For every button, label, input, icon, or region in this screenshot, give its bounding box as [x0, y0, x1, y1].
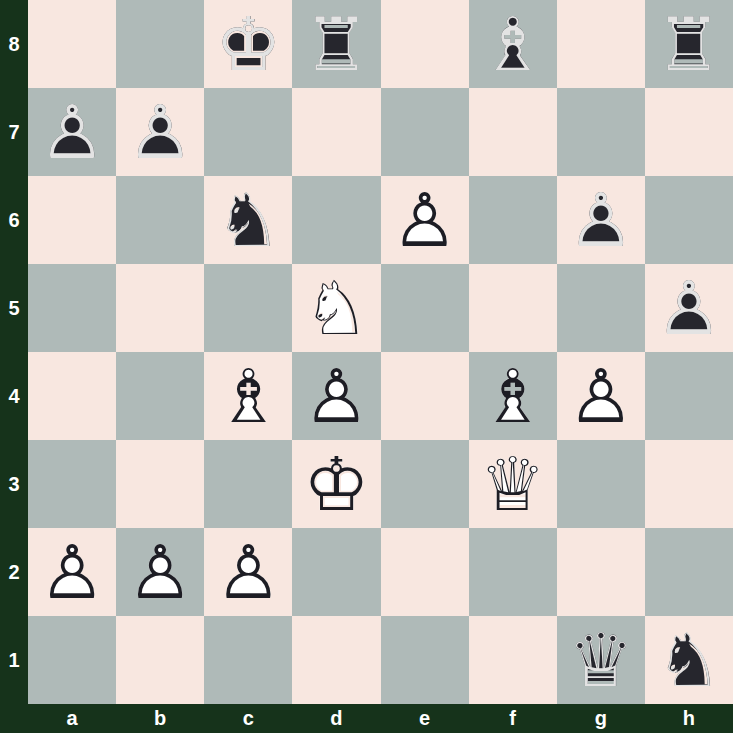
- square-a3[interactable]: [28, 440, 116, 528]
- square-h1[interactable]: ♞♘: [645, 616, 733, 704]
- board-frame-corner: [0, 704, 28, 733]
- square-b4[interactable]: [116, 352, 204, 440]
- knight-glyph-fill: ♞: [645, 616, 733, 704]
- square-a1[interactable]: [28, 616, 116, 704]
- square-f2[interactable]: [469, 528, 557, 616]
- file-label-b: b: [116, 704, 204, 733]
- square-b7[interactable]: ♟♙: [116, 88, 204, 176]
- file-label-f: f: [469, 704, 557, 733]
- file-label-a: a: [28, 704, 116, 733]
- knight-glyph-fill: ♞: [204, 176, 292, 264]
- black-pawn-g6[interactable]: ♟♙: [557, 176, 645, 264]
- rook-glyph-fill: ♜: [645, 0, 733, 88]
- knight-glyph-outline: ♘: [204, 176, 292, 264]
- square-g2[interactable]: [557, 528, 645, 616]
- rank-label-4: 4: [0, 352, 28, 440]
- pawn-glyph-outline: ♙: [204, 528, 292, 616]
- square-f6[interactable]: [469, 176, 557, 264]
- square-h2[interactable]: [645, 528, 733, 616]
- pawn-glyph-outline: ♙: [116, 528, 204, 616]
- square-e6[interactable]: ♟♙: [381, 176, 469, 264]
- square-g3[interactable]: [557, 440, 645, 528]
- square-c4[interactable]: ♝♗: [204, 352, 292, 440]
- pawn-glyph-outline: ♙: [292, 352, 380, 440]
- square-g7[interactable]: [557, 88, 645, 176]
- rank-label-5: 5: [0, 264, 28, 352]
- black-pawn-h5[interactable]: ♟♙: [645, 264, 733, 352]
- pawn-glyph-outline: ♙: [645, 264, 733, 352]
- square-g1[interactable]: ♛♕: [557, 616, 645, 704]
- file-label-c: c: [204, 704, 292, 733]
- black-pawn-b7[interactable]: ♟♙: [116, 88, 204, 176]
- square-a6[interactable]: [28, 176, 116, 264]
- rank-label-2: 2: [0, 528, 28, 616]
- square-b8[interactable]: [116, 0, 204, 88]
- rank-label-8: 8: [0, 0, 28, 88]
- square-c7[interactable]: [204, 88, 292, 176]
- square-e4[interactable]: [381, 352, 469, 440]
- white-knight-d5[interactable]: ♞♘: [292, 264, 380, 352]
- square-e2[interactable]: [381, 528, 469, 616]
- square-e7[interactable]: [381, 88, 469, 176]
- white-pawn-a2[interactable]: ♟♙: [28, 528, 116, 616]
- bishop-glyph-outline: ♗: [204, 352, 292, 440]
- rank-label-3: 3: [0, 440, 28, 528]
- white-pawn-e6[interactable]: ♟♙: [381, 176, 469, 264]
- rank-label-1: 1: [0, 616, 28, 704]
- bishop-glyph-fill: ♝: [469, 352, 557, 440]
- black-knight-h1[interactable]: ♞♘: [645, 616, 733, 704]
- square-c8[interactable]: ♚♔: [204, 0, 292, 88]
- square-a7[interactable]: ♟♙: [28, 88, 116, 176]
- king-glyph-outline: ♔: [204, 0, 292, 88]
- square-b2[interactable]: ♟♙: [116, 528, 204, 616]
- white-pawn-c2[interactable]: ♟♙: [204, 528, 292, 616]
- square-h4[interactable]: [645, 352, 733, 440]
- pawn-glyph-outline: ♙: [557, 176, 645, 264]
- pawn-glyph-outline: ♙: [116, 88, 204, 176]
- square-g6[interactable]: ♟♙: [557, 176, 645, 264]
- white-king-d3[interactable]: ♚♔: [292, 440, 380, 528]
- white-pawn-d4[interactable]: ♟♙: [292, 352, 380, 440]
- square-b3[interactable]: [116, 440, 204, 528]
- square-b1[interactable]: [116, 616, 204, 704]
- black-rook-h8[interactable]: ♜♖: [645, 0, 733, 88]
- rank-label-7: 7: [0, 88, 28, 176]
- knight-glyph-fill: ♞: [292, 264, 380, 352]
- rook-glyph-outline: ♖: [292, 0, 380, 88]
- black-queen-g1[interactable]: ♛♕: [557, 616, 645, 704]
- bishop-glyph-outline: ♗: [469, 0, 557, 88]
- pawn-glyph-fill: ♟: [292, 352, 380, 440]
- square-d8[interactable]: ♜♖: [292, 0, 380, 88]
- king-glyph-fill: ♚: [292, 440, 380, 528]
- square-g5[interactable]: [557, 264, 645, 352]
- square-d5[interactable]: ♞♘: [292, 264, 380, 352]
- square-f7[interactable]: [469, 88, 557, 176]
- square-c3[interactable]: [204, 440, 292, 528]
- pawn-glyph-fill: ♟: [28, 88, 116, 176]
- square-a4[interactable]: [28, 352, 116, 440]
- square-c2[interactable]: ♟♙: [204, 528, 292, 616]
- bishop-glyph-fill: ♝: [204, 352, 292, 440]
- knight-glyph-outline: ♘: [645, 616, 733, 704]
- square-h3[interactable]: [645, 440, 733, 528]
- pawn-glyph-fill: ♟: [645, 264, 733, 352]
- square-e5[interactable]: [381, 264, 469, 352]
- black-pawn-a7[interactable]: ♟♙: [28, 88, 116, 176]
- white-bishop-c4[interactable]: ♝♗: [204, 352, 292, 440]
- chess-board: 8♚♔♜♖♝♗♜♖7♟♙♟♙6♞♘♟♙♟♙5♞♘♟♙4♝♗♟♙♝♗♟♙3♚♔♛♕…: [0, 0, 733, 733]
- queen-glyph-fill: ♛: [469, 440, 557, 528]
- pawn-glyph-outline: ♙: [28, 88, 116, 176]
- file-label-g: g: [557, 704, 645, 733]
- rook-glyph-fill: ♜: [292, 0, 380, 88]
- square-f1[interactable]: [469, 616, 557, 704]
- file-label-h: h: [645, 704, 733, 733]
- square-d2[interactable]: [292, 528, 380, 616]
- black-knight-c6[interactable]: ♞♘: [204, 176, 292, 264]
- pawn-glyph-fill: ♟: [116, 528, 204, 616]
- square-d1[interactable]: [292, 616, 380, 704]
- square-b6[interactable]: [116, 176, 204, 264]
- pawn-glyph-outline: ♙: [557, 352, 645, 440]
- queen-glyph-outline: ♕: [557, 616, 645, 704]
- rank-label-6: 6: [0, 176, 28, 264]
- pawn-glyph-fill: ♟: [204, 528, 292, 616]
- rook-glyph-outline: ♖: [645, 0, 733, 88]
- square-e1[interactable]: [381, 616, 469, 704]
- square-d4[interactable]: ♟♙: [292, 352, 380, 440]
- square-g4[interactable]: ♟♙: [557, 352, 645, 440]
- square-c5[interactable]: [204, 264, 292, 352]
- square-a8[interactable]: [28, 0, 116, 88]
- black-rook-d8[interactable]: ♜♖: [292, 0, 380, 88]
- king-glyph-outline: ♔: [292, 440, 380, 528]
- pawn-glyph-fill: ♟: [28, 528, 116, 616]
- pawn-glyph-fill: ♟: [381, 176, 469, 264]
- square-f5[interactable]: [469, 264, 557, 352]
- queen-glyph-outline: ♕: [469, 440, 557, 528]
- white-pawn-b2[interactable]: ♟♙: [116, 528, 204, 616]
- square-d6[interactable]: [292, 176, 380, 264]
- bishop-glyph-outline: ♗: [469, 352, 557, 440]
- pawn-glyph-fill: ♟: [557, 352, 645, 440]
- square-d7[interactable]: [292, 88, 380, 176]
- square-a2[interactable]: ♟♙: [28, 528, 116, 616]
- square-g8[interactable]: [557, 0, 645, 88]
- king-glyph-fill: ♚: [204, 0, 292, 88]
- square-h5[interactable]: ♟♙: [645, 264, 733, 352]
- white-bishop-f4[interactable]: ♝♗: [469, 352, 557, 440]
- square-h7[interactable]: [645, 88, 733, 176]
- white-pawn-g4[interactable]: ♟♙: [557, 352, 645, 440]
- white-queen-f3[interactable]: ♛♕: [469, 440, 557, 528]
- square-f8[interactable]: ♝♗: [469, 0, 557, 88]
- square-e3[interactable]: [381, 440, 469, 528]
- black-bishop-f8[interactable]: ♝♗: [469, 0, 557, 88]
- bishop-glyph-fill: ♝: [469, 0, 557, 88]
- square-f4[interactable]: ♝♗: [469, 352, 557, 440]
- pawn-glyph-outline: ♙: [28, 528, 116, 616]
- file-label-e: e: [381, 704, 469, 733]
- file-label-d: d: [292, 704, 380, 733]
- black-king-c8[interactable]: ♚♔: [204, 0, 292, 88]
- square-c6[interactable]: ♞♘: [204, 176, 292, 264]
- square-f3[interactable]: ♛♕: [469, 440, 557, 528]
- knight-glyph-outline: ♘: [292, 264, 380, 352]
- queen-glyph-fill: ♛: [557, 616, 645, 704]
- square-b5[interactable]: [116, 264, 204, 352]
- pawn-glyph-fill: ♟: [557, 176, 645, 264]
- square-a5[interactable]: [28, 264, 116, 352]
- square-c1[interactable]: [204, 616, 292, 704]
- square-e8[interactable]: [381, 0, 469, 88]
- square-d3[interactable]: ♚♔: [292, 440, 380, 528]
- square-h6[interactable]: [645, 176, 733, 264]
- pawn-glyph-fill: ♟: [116, 88, 204, 176]
- pawn-glyph-outline: ♙: [381, 176, 469, 264]
- square-h8[interactable]: ♜♖: [645, 0, 733, 88]
